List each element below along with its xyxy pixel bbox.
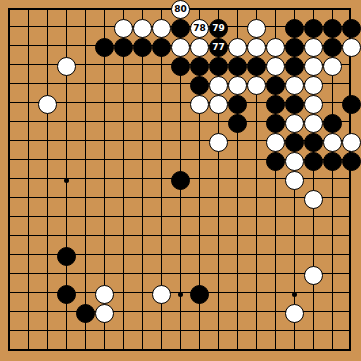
stone-black xyxy=(228,114,247,133)
stone-white xyxy=(152,19,171,38)
stone-black xyxy=(323,114,342,133)
stone-white xyxy=(209,76,228,95)
stone-black xyxy=(57,285,76,304)
stone-white xyxy=(133,19,152,38)
stone-white xyxy=(285,152,304,171)
stone-white xyxy=(190,38,209,57)
stone-black xyxy=(285,38,304,57)
stone-white xyxy=(304,38,323,57)
stone-black xyxy=(342,19,361,38)
stone-white xyxy=(95,285,114,304)
stone-white xyxy=(209,133,228,152)
stone-black xyxy=(190,76,209,95)
stone-white xyxy=(304,57,323,76)
stone-black xyxy=(171,171,190,190)
stone-black xyxy=(323,152,342,171)
stone-black xyxy=(285,133,304,152)
stone-black xyxy=(285,95,304,114)
stone-white xyxy=(209,95,228,114)
stone-white xyxy=(304,266,323,285)
stone-white-move-80: 80 xyxy=(171,0,190,19)
stone-black xyxy=(171,19,190,38)
stone-white xyxy=(228,38,247,57)
stone-white xyxy=(304,114,323,133)
stone-black xyxy=(57,247,76,266)
stone-black xyxy=(285,19,304,38)
stone-black xyxy=(266,152,285,171)
stone-white xyxy=(171,38,190,57)
stone-black xyxy=(190,57,209,76)
stone-black xyxy=(323,19,342,38)
stone-black xyxy=(171,57,190,76)
stone-white xyxy=(285,76,304,95)
stone-black xyxy=(266,95,285,114)
stone-black xyxy=(304,152,323,171)
stone-white xyxy=(247,19,266,38)
stone-white xyxy=(266,133,285,152)
stone-white xyxy=(152,285,171,304)
stone-white xyxy=(285,171,304,190)
stone-black xyxy=(323,38,342,57)
stone-white xyxy=(323,57,342,76)
stone-white xyxy=(342,133,361,152)
stone-white xyxy=(342,38,361,57)
stone-black xyxy=(228,57,247,76)
stone-white xyxy=(285,304,304,323)
stone-white xyxy=(114,19,133,38)
stone-black xyxy=(95,38,114,57)
stone-white xyxy=(247,38,266,57)
stone-black xyxy=(342,152,361,171)
stone-black-move-79: 79 xyxy=(209,19,228,38)
stone-white xyxy=(190,95,209,114)
stone-black xyxy=(190,285,209,304)
stone-white xyxy=(304,76,323,95)
stone-black xyxy=(247,57,266,76)
stone-black xyxy=(133,38,152,57)
stone-black xyxy=(209,57,228,76)
stone-black xyxy=(304,133,323,152)
stone-white xyxy=(57,57,76,76)
stone-white xyxy=(285,114,304,133)
stones-layer: 80787977 xyxy=(0,0,361,361)
go-board[interactable]: 80787977 xyxy=(0,0,361,361)
stone-white-move-78: 78 xyxy=(190,19,209,38)
stone-black xyxy=(76,304,95,323)
stone-white xyxy=(304,95,323,114)
stone-white xyxy=(38,95,57,114)
stone-black xyxy=(285,57,304,76)
stone-black xyxy=(304,19,323,38)
stone-black-move-77: 77 xyxy=(209,38,228,57)
stone-white xyxy=(247,76,266,95)
stone-black xyxy=(114,38,133,57)
stone-white xyxy=(266,57,285,76)
stone-white xyxy=(304,190,323,209)
stone-black xyxy=(342,95,361,114)
stone-black xyxy=(266,114,285,133)
stone-white xyxy=(228,76,247,95)
stone-white xyxy=(323,133,342,152)
stone-white xyxy=(266,38,285,57)
stone-black xyxy=(152,38,171,57)
stone-white xyxy=(95,304,114,323)
stone-black xyxy=(228,95,247,114)
stone-black xyxy=(266,76,285,95)
